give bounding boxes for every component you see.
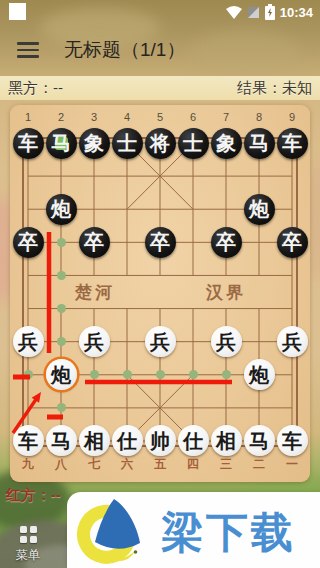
- piece-black-象[interactable]: 象: [79, 128, 110, 159]
- file-number: 8: [251, 111, 267, 123]
- file-number: 6: [185, 111, 201, 123]
- piece-red-兵[interactable]: 兵: [145, 326, 176, 357]
- move-dot[interactable]: [189, 370, 198, 379]
- move-dot[interactable]: [57, 271, 66, 280]
- file-number: 7: [218, 111, 234, 123]
- piece-black-象[interactable]: 象: [211, 128, 242, 159]
- piece-red-马[interactable]: 马: [244, 425, 275, 456]
- piece-black-马[interactable]: 马: [244, 128, 275, 159]
- app-screen: 10:34 无标题（1/1） 黑方：-- 结果：未知 123456789 九八七…: [0, 0, 320, 568]
- piece-black-卒[interactable]: 卒: [79, 227, 110, 258]
- red-side-label: 红方：--: [6, 486, 61, 505]
- file-number-chinese: 九: [18, 456, 38, 473]
- file-number-chinese: 五: [150, 456, 170, 473]
- result-label: 结果：未知: [237, 79, 312, 98]
- move-dot[interactable]: [156, 370, 165, 379]
- move-dot[interactable]: [123, 370, 132, 379]
- river-label-left: 楚河: [75, 281, 115, 304]
- banner-text: 梁下载: [161, 505, 296, 561]
- move-dot[interactable]: [57, 403, 66, 412]
- move-dot[interactable]: [57, 304, 66, 313]
- piece-red-仕[interactable]: 仕: [178, 425, 209, 456]
- river-label-right: 汉界: [206, 281, 246, 304]
- move-dot[interactable]: [90, 370, 99, 379]
- piece-black-车[interactable]: 车: [277, 128, 308, 159]
- file-number: 2: [53, 111, 69, 123]
- clock: 10:34: [280, 5, 313, 20]
- notification-square-icon: [9, 3, 26, 20]
- move-dot[interactable]: [24, 370, 33, 379]
- piece-red-炮[interactable]: 炮: [46, 359, 77, 390]
- piece-black-车[interactable]: 车: [13, 128, 44, 159]
- menu-drawer-icon[interactable]: [17, 38, 39, 62]
- piece-red-相[interactable]: 相: [211, 425, 242, 456]
- piece-red-帅[interactable]: 帅: [145, 425, 176, 456]
- move-dot[interactable]: [222, 370, 231, 379]
- xiangqi-board[interactable]: 123456789 九八七六五四三二一 楚河 汉界 车马象士将士象马车炮炮卒卒卒…: [10, 105, 310, 482]
- file-number-chinese: 二: [249, 456, 269, 473]
- piece-black-炮[interactable]: 炮: [46, 194, 77, 225]
- info-bar: 黑方：-- 结果：未知: [0, 76, 320, 100]
- piece-red-车[interactable]: 车: [13, 425, 44, 456]
- piece-red-马[interactable]: 马: [46, 425, 77, 456]
- file-number-chinese: 七: [84, 456, 104, 473]
- piece-black-卒[interactable]: 卒: [211, 227, 242, 258]
- file-number-chinese: 八: [51, 456, 71, 473]
- no-sim-icon: [247, 6, 260, 19]
- piece-black-炮[interactable]: 炮: [244, 194, 275, 225]
- piece-black-卒[interactable]: 卒: [145, 227, 176, 258]
- piece-black-将[interactable]: 将: [145, 128, 176, 159]
- page-title: 无标题（1/1）: [64, 37, 185, 63]
- download-watermark-banner[interactable]: 梁下载: [67, 492, 320, 568]
- file-number: 4: [119, 111, 135, 123]
- piece-red-仕[interactable]: 仕: [112, 425, 143, 456]
- piece-black-士[interactable]: 士: [178, 128, 209, 159]
- battery-charging-icon: [265, 4, 275, 20]
- piece-red-车[interactable]: 车: [277, 425, 308, 456]
- black-side-label: 黑方：--: [8, 79, 63, 98]
- file-number-chinese: 一: [282, 456, 302, 473]
- piece-red-兵[interactable]: 兵: [211, 326, 242, 357]
- piece-red-炮[interactable]: 炮: [244, 359, 275, 390]
- file-number-chinese: 四: [183, 456, 203, 473]
- grid-menu-icon: [20, 526, 37, 543]
- file-number-chinese: 六: [117, 456, 137, 473]
- status-bar: 10:34: [0, 0, 320, 24]
- piece-black-卒[interactable]: 卒: [277, 227, 308, 258]
- menu-button-label: 菜单: [8, 547, 48, 564]
- piece-red-兵[interactable]: 兵: [277, 326, 308, 357]
- file-number: 1: [20, 111, 36, 123]
- file-number-chinese: 三: [216, 456, 236, 473]
- piece-red-兵[interactable]: 兵: [13, 326, 44, 357]
- file-number: 9: [284, 111, 300, 123]
- piece-red-相[interactable]: 相: [79, 425, 110, 456]
- piece-black-马[interactable]: 马: [46, 128, 77, 159]
- move-dot[interactable]: [57, 238, 66, 247]
- app-bar: 无标题（1/1）: [0, 24, 320, 76]
- piece-red-兵[interactable]: 兵: [79, 326, 110, 357]
- menu-button[interactable]: 菜单: [8, 519, 48, 564]
- file-number: 5: [152, 111, 168, 123]
- move-dot[interactable]: [57, 337, 66, 346]
- wifi-icon: [226, 6, 242, 19]
- liang-download-logo-icon: [71, 494, 149, 568]
- piece-black-卒[interactable]: 卒: [13, 227, 44, 258]
- piece-black-士[interactable]: 士: [112, 128, 143, 159]
- file-number: 3: [86, 111, 102, 123]
